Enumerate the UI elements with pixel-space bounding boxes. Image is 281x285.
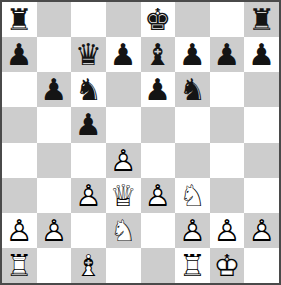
square-e8[interactable]: ♚	[141, 2, 176, 37]
white-pawn-fill: ♟	[2, 213, 37, 248]
white-pawn-fill: ♟	[175, 213, 210, 248]
square-c4[interactable]	[71, 143, 106, 178]
piece-black-pawn: ♟	[71, 107, 106, 142]
square-f3[interactable]: ♞♘	[175, 178, 210, 213]
piece-white-knight: ♘	[175, 178, 210, 213]
piece-black-pawn: ♟	[141, 72, 176, 107]
square-f4[interactable]	[175, 143, 210, 178]
piece-black-knight: ♞	[71, 72, 106, 107]
square-a1[interactable]: ♜♖	[2, 248, 37, 283]
piece-white-knight: ♘	[106, 213, 141, 248]
piece-black-pawn: ♟	[210, 37, 245, 72]
square-f5[interactable]	[175, 107, 210, 142]
square-b5[interactable]	[37, 107, 72, 142]
square-h1[interactable]	[244, 248, 279, 283]
square-d8[interactable]	[106, 2, 141, 37]
square-f2[interactable]: ♟♙	[175, 213, 210, 248]
square-c7[interactable]: ♛	[71, 37, 106, 72]
square-b8[interactable]	[37, 2, 72, 37]
white-pawn-fill: ♟	[210, 213, 245, 248]
square-h2[interactable]: ♟♙	[244, 213, 279, 248]
piece-white-pawn: ♙	[37, 213, 72, 248]
piece-black-queen: ♛	[71, 37, 106, 72]
square-g4[interactable]	[210, 143, 245, 178]
white-knight-fill: ♞	[106, 213, 141, 248]
white-pawn-fill: ♟	[141, 178, 176, 213]
piece-black-bishop: ♝	[141, 37, 176, 72]
square-h6[interactable]	[244, 72, 279, 107]
square-f8[interactable]	[175, 2, 210, 37]
white-pawn-fill: ♟	[106, 143, 141, 178]
square-g2[interactable]: ♟♙	[210, 213, 245, 248]
square-b4[interactable]	[37, 143, 72, 178]
square-e7[interactable]: ♝	[141, 37, 176, 72]
piece-black-pawn: ♟	[2, 37, 37, 72]
square-h3[interactable]	[244, 178, 279, 213]
square-h7[interactable]: ♟	[244, 37, 279, 72]
square-a3[interactable]	[2, 178, 37, 213]
square-g1[interactable]: ♚♔	[210, 248, 245, 283]
square-g3[interactable]	[210, 178, 245, 213]
white-rook-fill: ♜	[2, 248, 37, 283]
square-b3[interactable]	[37, 178, 72, 213]
square-h5[interactable]	[244, 107, 279, 142]
piece-white-king: ♔	[210, 248, 245, 283]
square-c3[interactable]: ♟♙	[71, 178, 106, 213]
square-b1[interactable]	[37, 248, 72, 283]
white-king-fill: ♚	[210, 248, 245, 283]
piece-white-rook: ♖	[2, 248, 37, 283]
square-a8[interactable]: ♜	[2, 2, 37, 37]
square-a2[interactable]: ♟♙	[2, 213, 37, 248]
piece-black-rook: ♜	[244, 2, 279, 37]
square-d1[interactable]	[106, 248, 141, 283]
square-f7[interactable]: ♟	[175, 37, 210, 72]
piece-white-pawn: ♙	[141, 178, 176, 213]
square-g7[interactable]: ♟	[210, 37, 245, 72]
square-g8[interactable]	[210, 2, 245, 37]
piece-white-queen: ♕	[106, 178, 141, 213]
square-e3[interactable]: ♟♙	[141, 178, 176, 213]
square-h4[interactable]	[244, 143, 279, 178]
square-c8[interactable]	[71, 2, 106, 37]
square-g6[interactable]	[210, 72, 245, 107]
square-c6[interactable]: ♞	[71, 72, 106, 107]
piece-white-pawn: ♙	[71, 178, 106, 213]
square-a7[interactable]: ♟	[2, 37, 37, 72]
square-c5[interactable]: ♟	[71, 107, 106, 142]
white-pawn-fill: ♟	[37, 213, 72, 248]
board-frame: ♜♚♜♟♛♟♝♟♟♟♟♞♟♞♟♟♙♟♙♛♕♟♙♞♘♟♙♟♙♞♘♟♙♟♙♟♙♜♖♝…	[0, 0, 281, 285]
square-d4[interactable]: ♟♙	[106, 143, 141, 178]
square-b2[interactable]: ♟♙	[37, 213, 72, 248]
square-d7[interactable]: ♟	[106, 37, 141, 72]
square-d5[interactable]	[106, 107, 141, 142]
square-b6[interactable]: ♟	[37, 72, 72, 107]
square-a4[interactable]	[2, 143, 37, 178]
piece-black-pawn: ♟	[106, 37, 141, 72]
square-h8[interactable]: ♜	[244, 2, 279, 37]
square-d3[interactable]: ♛♕	[106, 178, 141, 213]
square-c1[interactable]: ♝♗	[71, 248, 106, 283]
square-e1[interactable]	[141, 248, 176, 283]
piece-black-knight: ♞	[175, 72, 210, 107]
square-e4[interactable]	[141, 143, 176, 178]
chess-board: ♜♚♜♟♛♟♝♟♟♟♟♞♟♞♟♟♙♟♙♛♕♟♙♞♘♟♙♟♙♞♘♟♙♟♙♟♙♜♖♝…	[2, 2, 279, 283]
piece-white-pawn: ♙	[244, 213, 279, 248]
piece-white-pawn: ♙	[210, 213, 245, 248]
square-a5[interactable]	[2, 107, 37, 142]
square-g5[interactable]	[210, 107, 245, 142]
piece-white-pawn: ♙	[106, 143, 141, 178]
square-f1[interactable]: ♜♖	[175, 248, 210, 283]
piece-white-bishop: ♗	[71, 248, 106, 283]
piece-white-rook: ♖	[175, 248, 210, 283]
white-queen-fill: ♛	[106, 178, 141, 213]
square-a6[interactable]	[2, 72, 37, 107]
white-pawn-fill: ♟	[244, 213, 279, 248]
piece-white-pawn: ♙	[175, 213, 210, 248]
square-d2[interactable]: ♞♘	[106, 213, 141, 248]
white-bishop-fill: ♝	[71, 248, 106, 283]
piece-black-pawn: ♟	[244, 37, 279, 72]
piece-white-pawn: ♙	[2, 213, 37, 248]
piece-black-pawn: ♟	[37, 72, 72, 107]
piece-black-pawn: ♟	[175, 37, 210, 72]
square-e6[interactable]: ♟	[141, 72, 176, 107]
square-c2[interactable]	[71, 213, 106, 248]
white-knight-fill: ♞	[175, 178, 210, 213]
square-b7[interactable]	[37, 37, 72, 72]
square-d6[interactable]	[106, 72, 141, 107]
white-rook-fill: ♜	[175, 248, 210, 283]
square-f6[interactable]: ♞	[175, 72, 210, 107]
white-pawn-fill: ♟	[71, 178, 106, 213]
piece-black-king: ♚	[141, 2, 176, 37]
square-e2[interactable]	[141, 213, 176, 248]
square-e5[interactable]	[141, 107, 176, 142]
piece-black-rook: ♜	[2, 2, 37, 37]
